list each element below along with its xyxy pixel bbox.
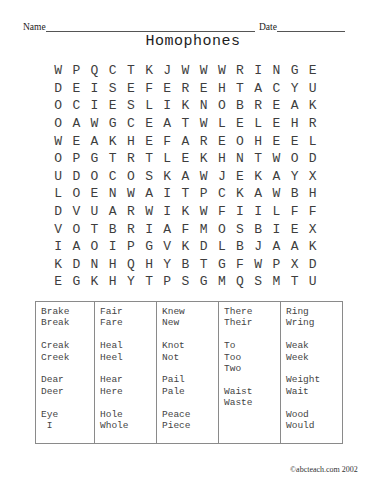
word-list-line (41, 363, 92, 374)
grid-cell-r7c9: W (195, 168, 213, 186)
grid-cell-r9c3: U (85, 203, 103, 221)
grid-cell-r13c9: G (195, 273, 213, 291)
grid-cell-r10c14: E (285, 220, 303, 238)
grid-cell-r10c12: B (249, 220, 267, 238)
word-list-column: RingWringWeakWeekWeightWaitWoodWould (280, 302, 342, 443)
word-list-line: There (224, 306, 278, 317)
copyright-text: ©abcteach.com 2002 (290, 465, 358, 474)
grid-cell-r11c4: I (104, 238, 122, 256)
grid-cell-r8c15: H (304, 185, 322, 203)
grid-cell-r2c7: E (158, 80, 176, 98)
grid-cell-r6c9: K (195, 150, 213, 168)
grid-cell-r6c4: T (104, 150, 122, 168)
grid-cell-r7c8: A (176, 168, 194, 186)
grid-cell-r9c12: I (249, 203, 267, 221)
grid-cell-r11c6: G (140, 238, 158, 256)
word-list-line: Creak (41, 340, 92, 351)
grid-cell-r2c11: T (231, 80, 249, 98)
grid-cell-r4c11: E (231, 115, 249, 133)
name-label: Name (23, 22, 46, 32)
word-list-line (100, 329, 154, 340)
grid-cell-r10c5: R (122, 220, 140, 238)
grid-cell-r8c10: C (213, 185, 231, 203)
grid-cell-r7c10: J (213, 168, 231, 186)
grid-cell-r8c11: K (231, 185, 249, 203)
word-list-line: Creek (41, 352, 92, 363)
grid-cell-r1c13: N (267, 62, 285, 80)
grid-cell-r3c2: C (67, 97, 85, 115)
grid-cell-r4c4: G (104, 115, 122, 133)
word-list-line (224, 374, 278, 385)
grid-cell-r7c15: X (304, 168, 322, 186)
word-list-line: New (162, 317, 216, 328)
grid-cell-r4c2: A (67, 115, 85, 133)
grid-cell-r6c3: G (85, 150, 103, 168)
word-list-line (100, 363, 154, 374)
grid-cell-r10c10: O (213, 220, 231, 238)
grid-cell-r7c12: K (249, 168, 267, 186)
word-list-line: Piece (162, 420, 216, 431)
word-list-line: Waist (224, 386, 278, 397)
grid-cell-r6c11: N (231, 150, 249, 168)
grid-cell-r7c14: Y (285, 168, 303, 186)
grid-cell-r8c7: I (158, 185, 176, 203)
word-list-line (286, 397, 340, 408)
grid-cell-r12c15: D (304, 256, 322, 274)
grid-cell-r11c9: D (195, 238, 213, 256)
grid-cell-r12c2: D (67, 256, 85, 274)
word-list-line: Heal (100, 340, 154, 351)
grid-cell-r2c9: E (195, 80, 213, 98)
date-field: Date (259, 20, 345, 32)
grid-cell-r13c12: S (249, 273, 267, 291)
grid-cell-r8c4: N (104, 185, 122, 203)
grid-cell-r3c13: E (267, 97, 285, 115)
grid-cell-r1c3: Q (85, 62, 103, 80)
word-list-line: Fare (100, 317, 154, 328)
grid-cell-r3c11: B (231, 97, 249, 115)
word-list-line: Not (162, 352, 216, 363)
grid-cell-r7c1: U (49, 168, 67, 186)
grid-cell-r5c11: O (231, 132, 249, 150)
word-list-line: Heel (100, 352, 154, 363)
word-list-line: Ring (286, 306, 340, 317)
grid-cell-r4c9: W (195, 115, 213, 133)
grid-cell-r2c12: A (249, 80, 267, 98)
grid-cell-r1c9: W (195, 62, 213, 80)
word-list-line: Brake (41, 306, 92, 317)
grid-cell-r10c9: M (195, 220, 213, 238)
grid-cell-r4c15: R (304, 115, 322, 133)
grid-cell-r7c3: O (85, 168, 103, 186)
grid-cell-r9c15: F (304, 203, 322, 221)
grid-cell-r2c10: H (213, 80, 231, 98)
grid-cell-r4c14: H (285, 115, 303, 133)
grid-cell-r10c15: X (304, 220, 322, 238)
word-list-line: Whole (100, 420, 154, 431)
name-field: Name (23, 20, 255, 32)
grid-cell-r8c3: E (85, 185, 103, 203)
word-list-line: Too (224, 352, 278, 363)
grid-cell-r10c3: T (85, 220, 103, 238)
grid-cell-r5c10: E (213, 132, 231, 150)
grid-cell-r10c7: A (158, 220, 176, 238)
word-list-line: Break (41, 317, 92, 328)
grid-cell-r1c7: J (158, 62, 176, 80)
grid-cell-r9c14: F (285, 203, 303, 221)
grid-cell-r8c13: W (267, 185, 285, 203)
grid-cell-r7c5: O (122, 168, 140, 186)
word-list-column: BrakeBreakCreakCreekDearDeerEye I (36, 302, 94, 443)
grid-cell-r2c8: R (176, 80, 194, 98)
grid-cell-r3c12: R (249, 97, 267, 115)
grid-cell-r13c7: P (158, 273, 176, 291)
grid-cell-r4c12: L (249, 115, 267, 133)
grid-cell-r11c10: L (213, 238, 231, 256)
grid-cell-r4c3: W (85, 115, 103, 133)
word-list-line: Knew (162, 306, 216, 317)
grid-cell-r9c5: R (122, 203, 140, 221)
word-list-column: KnewNewKnotNotPailPalePeacePiece (156, 302, 218, 443)
grid-cell-r1c6: K (140, 62, 158, 80)
grid-cell-r3c4: E (104, 97, 122, 115)
grid-cell-r4c10: L (213, 115, 231, 133)
grid-cell-r3c15: K (304, 97, 322, 115)
grid-cell-r11c13: A (267, 238, 285, 256)
grid-cell-r2c5: E (122, 80, 140, 98)
grid-cell-r10c4: B (104, 220, 122, 238)
word-list-line (41, 329, 92, 340)
grid-cell-r13c10: M (213, 273, 231, 291)
grid-cell-r1c8: W (176, 62, 194, 80)
grid-cell-r6c1: O (49, 150, 67, 168)
word-list-line: Peace (162, 409, 216, 420)
grid-cell-r5c6: E (140, 132, 158, 150)
grid-cell-r13c15: U (304, 273, 322, 291)
word-list-line (162, 363, 216, 374)
grid-cell-r4c7: A (158, 115, 176, 133)
word-list-column: ThereTheirToTooTwoWaistWaste (218, 302, 280, 443)
grid-cell-r12c12: W (249, 256, 267, 274)
letter-grid: WPQCTKJWWWRINGEDEISEFEREHTACYUOCIESLIKNO… (49, 62, 322, 291)
grid-cell-r1c11: R (231, 62, 249, 80)
grid-cell-r11c12: J (249, 238, 267, 256)
grid-cell-r9c8: K (176, 203, 194, 221)
word-list-line: Deer (41, 386, 92, 397)
grid-cell-r9c11: I (231, 203, 249, 221)
grid-cell-r7c11: E (231, 168, 249, 186)
word-list-line: Week (286, 352, 340, 363)
grid-cell-r5c5: H (122, 132, 140, 150)
grid-cell-r8c1: L (49, 185, 67, 203)
grid-cell-r11c11: B (231, 238, 249, 256)
grid-cell-r13c13: M (267, 273, 285, 291)
grid-cell-r8c14: B (285, 185, 303, 203)
grid-cell-r5c1: W (49, 132, 67, 150)
word-list-line (286, 363, 340, 374)
word-list-line: Fair (100, 306, 154, 317)
date-label: Date (259, 22, 277, 32)
grid-cell-r10c8: F (176, 220, 194, 238)
grid-cell-r6c8: E (176, 150, 194, 168)
word-list-line: Hole (100, 409, 154, 420)
word-list-line (224, 409, 278, 420)
grid-cell-r6c6: T (140, 150, 158, 168)
word-list-line (162, 397, 216, 408)
grid-cell-r3c6: L (140, 97, 158, 115)
grid-cell-r12c1: K (49, 256, 67, 274)
grid-cell-r1c12: I (249, 62, 267, 80)
word-list-line: Knot (162, 340, 216, 351)
grid-cell-r3c5: S (122, 97, 140, 115)
grid-cell-r11c1: I (49, 238, 67, 256)
grid-cell-r3c10: O (213, 97, 231, 115)
grid-cell-r5c13: E (267, 132, 285, 150)
grid-cell-r13c14: T (285, 273, 303, 291)
grid-cell-r10c6: I (140, 220, 158, 238)
grid-cell-r2c13: C (267, 80, 285, 98)
grid-cell-r3c1: O (49, 97, 67, 115)
grid-cell-r3c14: A (285, 97, 303, 115)
word-list-line (100, 397, 154, 408)
word-list-line: Pale (162, 386, 216, 397)
word-list-line: Here (100, 386, 154, 397)
grid-cell-r12c13: P (267, 256, 285, 274)
grid-cell-r10c13: I (267, 220, 285, 238)
word-list-line: Wring (286, 317, 340, 328)
grid-cell-r8c2: O (67, 185, 85, 203)
grid-cell-r4c13: E (267, 115, 285, 133)
grid-cell-r3c3: I (85, 97, 103, 115)
grid-cell-r9c4: A (104, 203, 122, 221)
grid-cell-r9c7: I (158, 203, 176, 221)
grid-cell-r6c7: L (158, 150, 176, 168)
grid-cell-r12c8: B (176, 256, 194, 274)
word-list-line: Hear (100, 374, 154, 385)
grid-cell-r5c7: F (158, 132, 176, 150)
grid-cell-r6c13: W (267, 150, 285, 168)
word-list-line: Their (224, 317, 278, 328)
grid-cell-r9c9: W (195, 203, 213, 221)
grid-cell-r1c1: W (49, 62, 67, 80)
grid-cell-r13c11: Q (231, 273, 249, 291)
grid-cell-r7c13: A (267, 168, 285, 186)
grid-cell-r11c8: K (176, 238, 194, 256)
grid-cell-r6c12: T (249, 150, 267, 168)
grid-cell-r1c4: C (104, 62, 122, 80)
grid-cell-r5c9: R (195, 132, 213, 150)
grid-cell-r11c15: K (304, 238, 322, 256)
grid-cell-r4c5: C (122, 115, 140, 133)
grid-cell-r4c6: E (140, 115, 158, 133)
word-list-line: Eye (41, 409, 92, 420)
grid-cell-r12c7: Y (158, 256, 176, 274)
grid-cell-r1c2: P (67, 62, 85, 80)
grid-cell-r2c15: U (304, 80, 322, 98)
grid-cell-r13c2: G (67, 273, 85, 291)
grid-cell-r13c8: S (176, 273, 194, 291)
grid-cell-r9c2: V (67, 203, 85, 221)
date-underline (277, 19, 345, 32)
word-list-table: BrakeBreakCreakCreekDearDeerEye I FairFa… (35, 301, 343, 444)
word-list-line (286, 329, 340, 340)
grid-cell-r9c6: W (140, 203, 158, 221)
grid-cell-r12c5: Q (122, 256, 140, 274)
word-list-line: Would (286, 420, 340, 431)
grid-cell-r7c4: C (104, 168, 122, 186)
word-list-line: Two (224, 363, 278, 374)
grid-cell-r2c6: F (140, 80, 158, 98)
grid-cell-r12c11: F (231, 256, 249, 274)
grid-cell-r5c2: E (67, 132, 85, 150)
word-list-line (224, 420, 278, 431)
grid-cell-r8c12: A (249, 185, 267, 203)
grid-cell-r9c13: L (267, 203, 285, 221)
grid-cell-r6c14: O (285, 150, 303, 168)
grid-cell-r6c2: P (67, 150, 85, 168)
page-title: Homophones (0, 33, 386, 50)
word-list-line: Pail (162, 374, 216, 385)
word-list-line (224, 329, 278, 340)
grid-cell-r7c2: D (67, 168, 85, 186)
grid-cell-r9c1: D (49, 203, 67, 221)
grid-cell-r7c7: K (158, 168, 176, 186)
grid-cell-r11c5: P (122, 238, 140, 256)
grid-cell-r12c6: H (140, 256, 158, 274)
word-list-line: Wait (286, 386, 340, 397)
grid-cell-r10c1: V (49, 220, 67, 238)
grid-cell-r1c15: E (304, 62, 322, 80)
grid-cell-r11c2: A (67, 238, 85, 256)
grid-cell-r10c2: O (67, 220, 85, 238)
grid-cell-r9c10: F (213, 203, 231, 221)
word-list-line (162, 329, 216, 340)
word-list-line: Weight (286, 374, 340, 385)
grid-cell-r2c1: D (49, 80, 67, 98)
grid-cell-r3c8: K (176, 97, 194, 115)
word-list-line: Wood (286, 409, 340, 420)
grid-cell-r3c7: I (158, 97, 176, 115)
grid-cell-r5c4: K (104, 132, 122, 150)
grid-cell-r5c8: A (176, 132, 194, 150)
grid-cell-r13c6: T (140, 273, 158, 291)
grid-cell-r2c4: S (104, 80, 122, 98)
grid-cell-r1c14: G (285, 62, 303, 80)
grid-cell-r6c5: R (122, 150, 140, 168)
grid-cell-r8c9: P (195, 185, 213, 203)
grid-cell-r2c14: Y (285, 80, 303, 98)
grid-cell-r12c4: H (104, 256, 122, 274)
grid-cell-r7c6: S (140, 168, 158, 186)
grid-cell-r12c10: G (213, 256, 231, 274)
grid-cell-r5c3: A (85, 132, 103, 150)
grid-cell-r13c1: E (49, 273, 67, 291)
word-list-line: Waste (224, 397, 278, 408)
word-list-line (41, 397, 92, 408)
grid-cell-r13c3: K (85, 273, 103, 291)
name-underline (46, 19, 255, 32)
grid-cell-r2c2: E (67, 80, 85, 98)
grid-cell-r10c11: S (231, 220, 249, 238)
grid-cell-r4c8: T (176, 115, 194, 133)
grid-cell-r1c10: W (213, 62, 231, 80)
grid-cell-r13c5: Y (122, 273, 140, 291)
word-list-line: Weak (286, 340, 340, 351)
word-list-line: I (41, 420, 92, 431)
grid-cell-r12c9: T (195, 256, 213, 274)
word-list-line: Dear (41, 374, 92, 385)
word-list-column: FairFareHealHeelHearHereHoleWhole (94, 302, 156, 443)
grid-cell-r6c15: D (304, 150, 322, 168)
grid-cell-r11c3: O (85, 238, 103, 256)
grid-cell-r8c8: T (176, 185, 194, 203)
grid-cell-r11c14: A (285, 238, 303, 256)
grid-cell-r2c3: I (85, 80, 103, 98)
word-list-line: To (224, 340, 278, 351)
grid-cell-r1c5: T (122, 62, 140, 80)
grid-cell-r8c5: W (122, 185, 140, 203)
grid-cell-r13c4: H (104, 273, 122, 291)
grid-cell-r6c10: H (213, 150, 231, 168)
grid-cell-r11c7: V (158, 238, 176, 256)
grid-cell-r12c3: N (85, 256, 103, 274)
grid-cell-r5c14: E (285, 132, 303, 150)
grid-cell-r5c15: L (304, 132, 322, 150)
grid-cell-r3c9: N (195, 97, 213, 115)
grid-cell-r12c14: X (285, 256, 303, 274)
grid-cell-r5c12: H (249, 132, 267, 150)
grid-cell-r4c1: O (49, 115, 67, 133)
grid-cell-r8c6: A (140, 185, 158, 203)
